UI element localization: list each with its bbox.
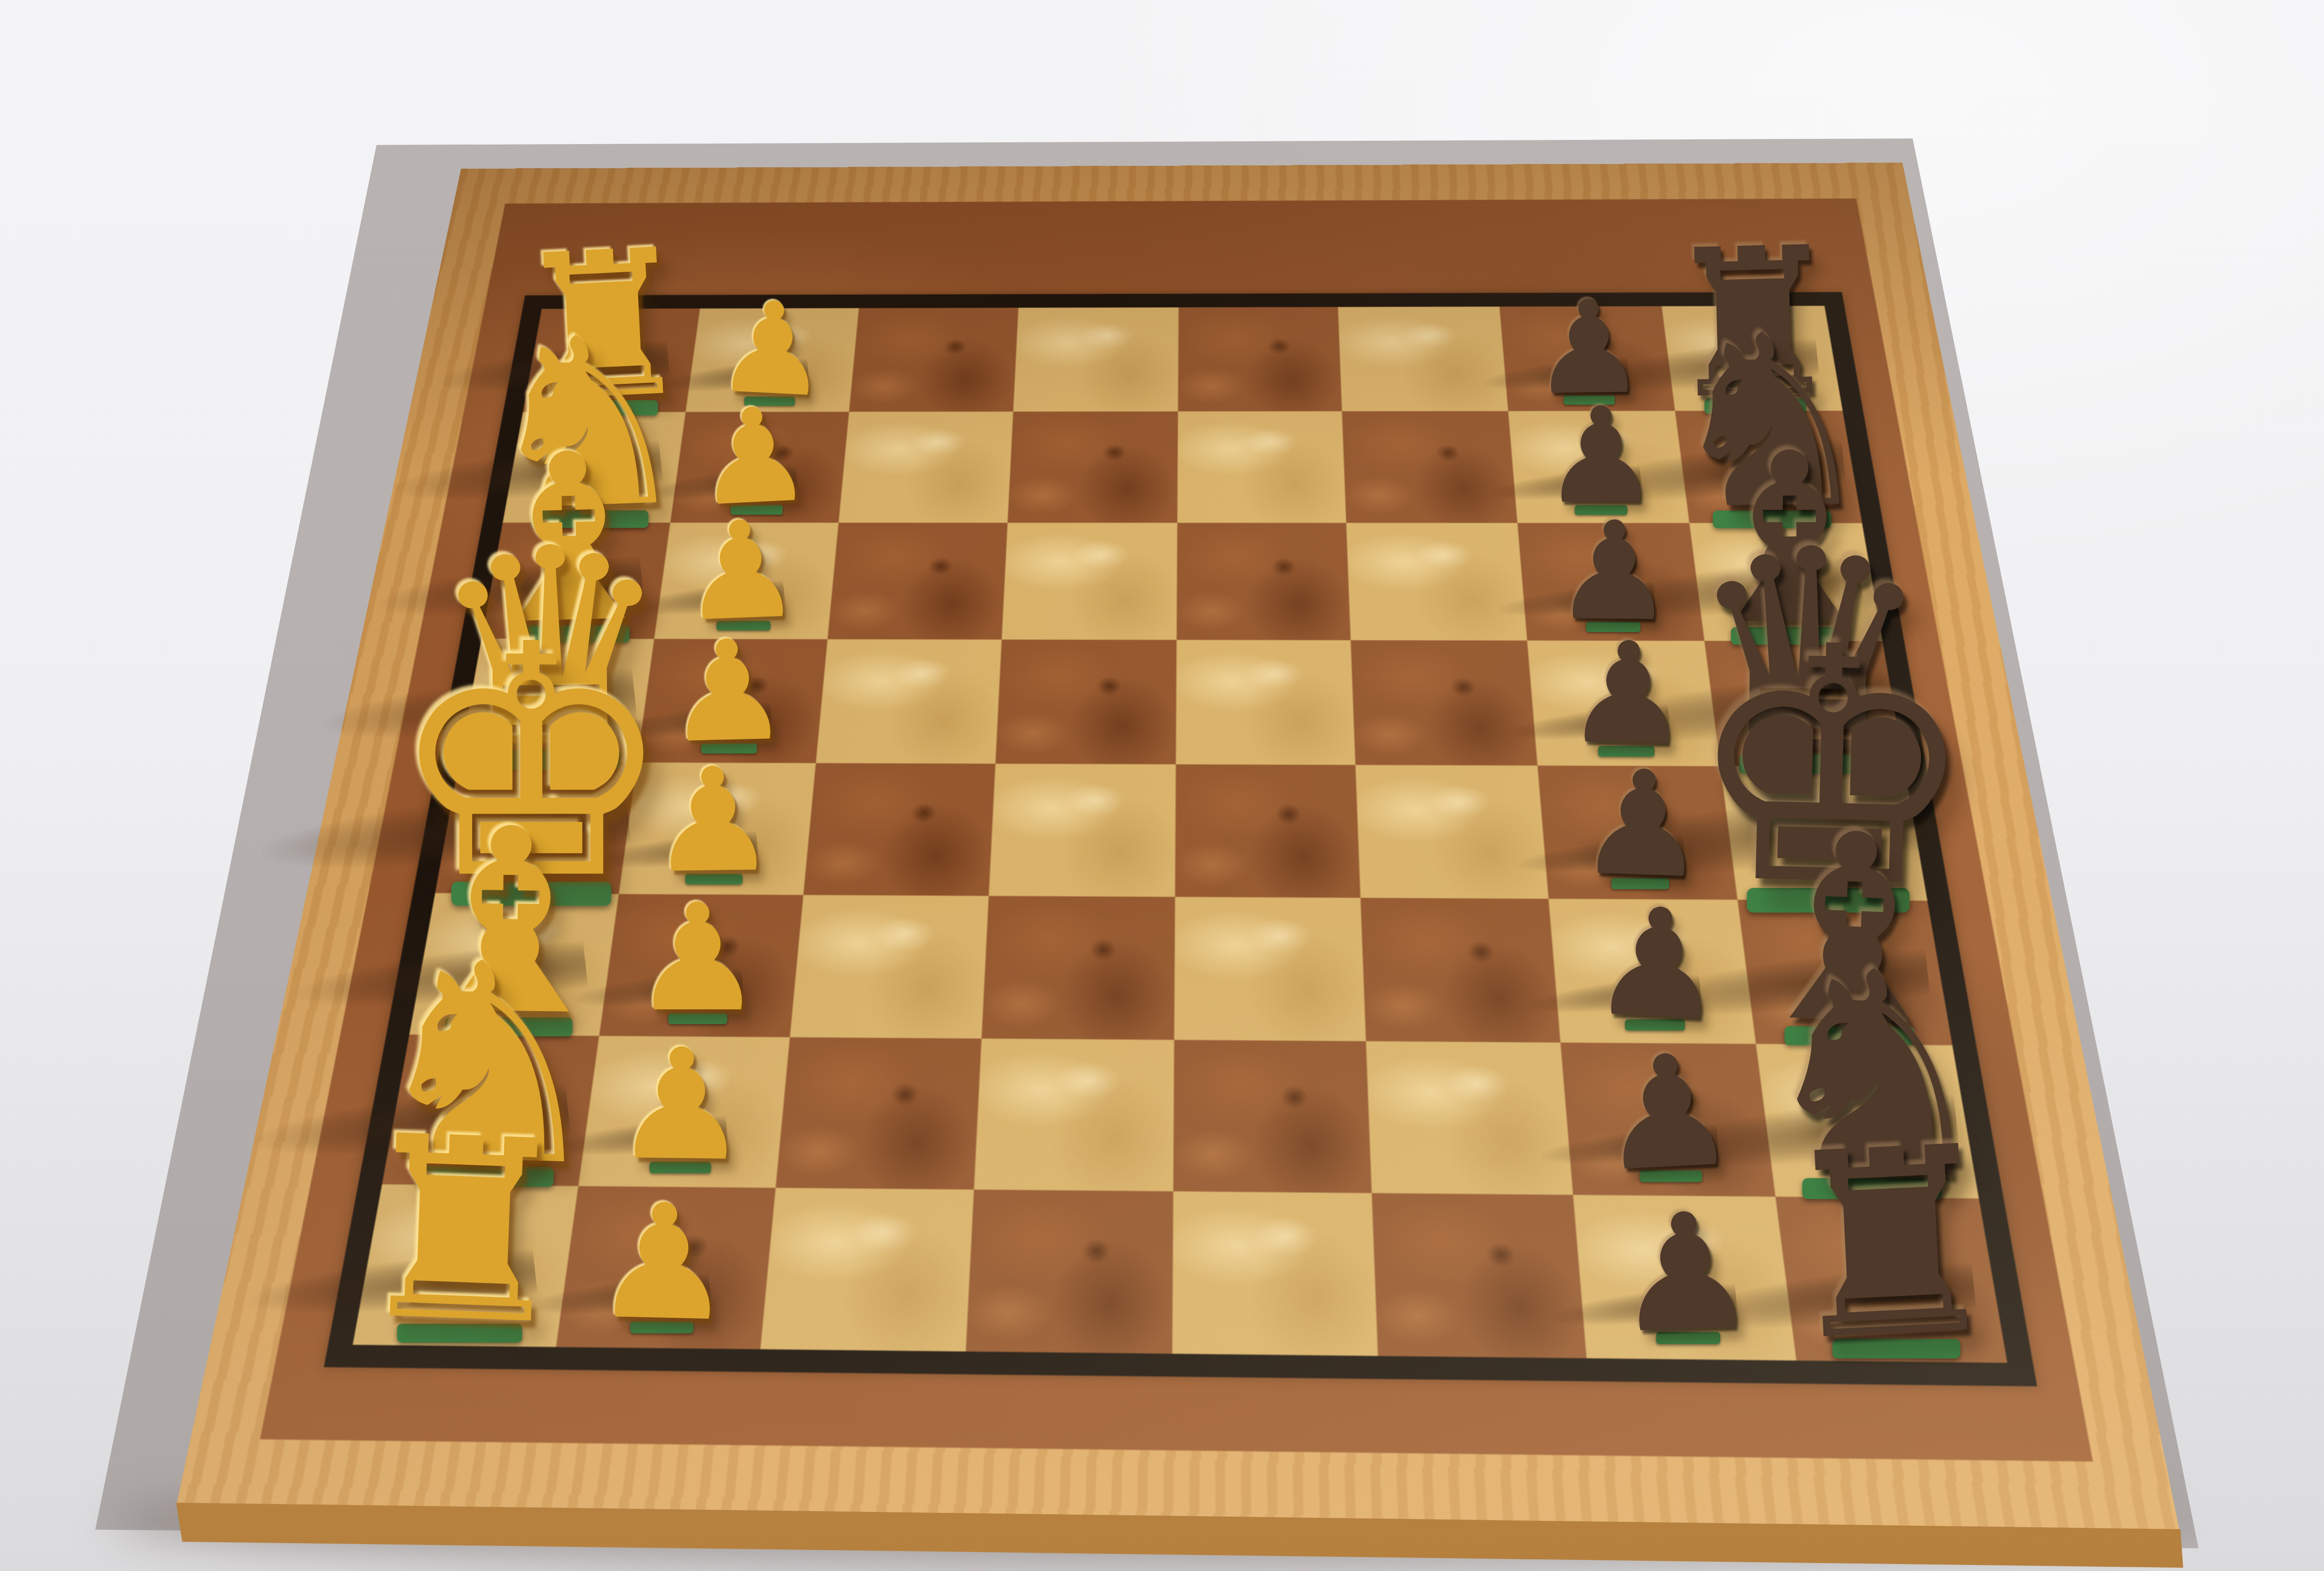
square-d3[interactable] [815, 639, 1001, 764]
square-f7[interactable] [1549, 899, 1756, 1043]
square-c3[interactable] [827, 522, 1007, 639]
square-b3[interactable] [838, 412, 1012, 522]
square-b8[interactable] [1675, 411, 1862, 523]
square-b1[interactable] [503, 412, 686, 522]
square-c8[interactable] [1690, 522, 1882, 641]
square-c6[interactable] [1347, 522, 1528, 640]
square-f1[interactable] [409, 894, 619, 1035]
square-e8[interactable] [1721, 766, 1928, 901]
squares-grid [353, 306, 2007, 1363]
square-e5[interactable] [1174, 764, 1361, 898]
square-f4[interactable] [981, 896, 1174, 1039]
square-g7[interactable] [1561, 1042, 1776, 1196]
square-g5[interactable] [1172, 1039, 1372, 1193]
square-b7[interactable] [1509, 411, 1690, 522]
square-d6[interactable] [1351, 640, 1538, 765]
square-f2[interactable] [599, 894, 803, 1037]
square-a6[interactable] [1339, 307, 1509, 412]
square-h1[interactable] [353, 1184, 578, 1347]
square-b6[interactable] [1342, 411, 1518, 522]
square-a2[interactable] [686, 308, 858, 412]
square-a7[interactable] [1500, 306, 1675, 411]
square-e7[interactable] [1538, 766, 1738, 901]
square-h5[interactable] [1171, 1191, 1379, 1356]
square-a1[interactable] [523, 309, 700, 413]
square-c5[interactable] [1176, 522, 1352, 640]
square-h8[interactable] [1776, 1196, 2007, 1363]
square-a4[interactable] [1013, 307, 1178, 412]
square-c2[interactable] [654, 522, 838, 639]
square-c7[interactable] [1518, 522, 1704, 640]
square-f8[interactable] [1738, 900, 1952, 1045]
square-e3[interactable] [803, 763, 995, 896]
square-h6[interactable] [1373, 1193, 1587, 1358]
square-a5[interactable] [1177, 307, 1343, 412]
square-f6[interactable] [1361, 898, 1561, 1042]
square-g2[interactable] [578, 1035, 790, 1188]
square-a3[interactable] [849, 308, 1018, 412]
square-h7[interactable] [1573, 1195, 1796, 1361]
square-d2[interactable] [637, 638, 827, 763]
square-d8[interactable] [1704, 641, 1904, 767]
square-e2[interactable] [619, 762, 816, 895]
square-d7[interactable] [1527, 640, 1720, 766]
square-a8[interactable] [1662, 306, 1842, 411]
square-e6[interactable] [1356, 765, 1549, 899]
square-c4[interactable] [1001, 522, 1176, 640]
square-h4[interactable] [965, 1189, 1172, 1354]
square-b5[interactable] [1176, 412, 1347, 522]
square-b2[interactable] [670, 412, 849, 522]
square-f3[interactable] [790, 895, 988, 1038]
square-f5[interactable] [1173, 897, 1367, 1040]
square-d1[interactable] [459, 638, 654, 762]
square-c1[interactable] [482, 522, 670, 638]
square-g8[interactable] [1756, 1043, 1979, 1198]
playing-area [324, 292, 2037, 1386]
square-d4[interactable] [995, 639, 1175, 764]
square-d5[interactable] [1175, 639, 1356, 765]
square-e4[interactable] [988, 764, 1175, 897]
square-e1[interactable] [435, 762, 637, 894]
square-g1[interactable] [382, 1034, 599, 1186]
square-h2[interactable] [556, 1186, 775, 1349]
scene: ♜♟♟♜♞♟♟♞♝♟♟♝♛♟♟♛♚♟♟♚♝♟♟♝♞♟♟♞♜♟♟♜ [0, 0, 2324, 1571]
square-g3[interactable] [775, 1037, 981, 1190]
square-g4[interactable] [973, 1038, 1173, 1191]
square-h3[interactable] [760, 1187, 973, 1351]
chess-board [177, 163, 2179, 1530]
square-b4[interactable] [1007, 412, 1177, 522]
square-g6[interactable] [1367, 1040, 1573, 1194]
